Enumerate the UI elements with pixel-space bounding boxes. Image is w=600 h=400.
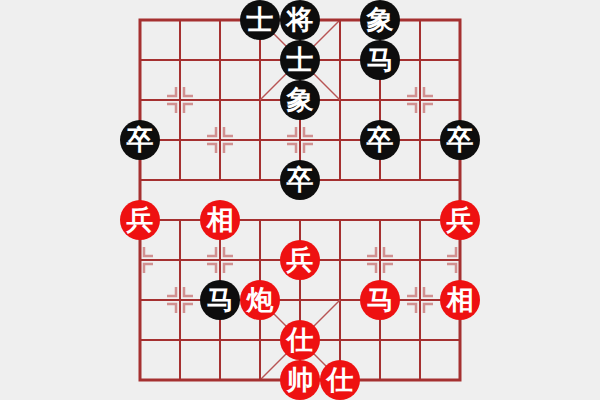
piece-black-soldier[interactable]: 卒 [360,120,400,160]
piece-red-elephant[interactable]: 相 [200,200,240,240]
xiangqi-board: 士将象士马象卒卒卒卒马兵相兵兵炮马相仕帅仕 [0,0,600,400]
piece-red-elephant[interactable]: 相 [440,280,480,320]
piece-black-soldier[interactable]: 卒 [280,160,320,200]
piece-black-soldier[interactable]: 卒 [440,120,480,160]
piece-red-general[interactable]: 帅 [280,360,320,400]
piece-red-advisor[interactable]: 仕 [320,360,360,400]
piece-red-horse[interactable]: 马 [360,280,400,320]
piece-black-elephant[interactable]: 象 [360,0,400,40]
piece-black-horse[interactable]: 马 [200,280,240,320]
piece-black-soldier[interactable]: 卒 [120,120,160,160]
piece-black-horse[interactable]: 马 [360,40,400,80]
piece-black-advisor[interactable]: 士 [280,40,320,80]
piece-red-soldier[interactable]: 兵 [120,200,160,240]
piece-black-elephant[interactable]: 象 [280,80,320,120]
piece-red-soldier[interactable]: 兵 [440,200,480,240]
pieces-layer: 士将象士马象卒卒卒卒马兵相兵兵炮马相仕帅仕 [0,0,600,400]
piece-black-advisor[interactable]: 士 [240,0,280,40]
piece-red-advisor[interactable]: 仕 [280,320,320,360]
piece-red-cannon[interactable]: 炮 [240,280,280,320]
piece-red-soldier[interactable]: 兵 [280,240,320,280]
piece-black-general[interactable]: 将 [280,0,320,40]
